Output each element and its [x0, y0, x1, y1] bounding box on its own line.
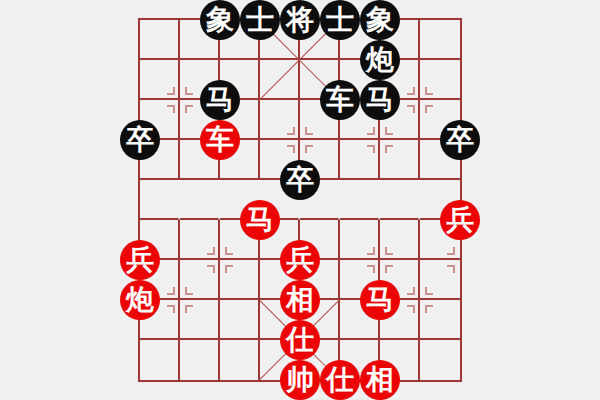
- piece-black-advisor[interactable]: 士: [320, 0, 360, 40]
- board-content: 象士将士象炮马车马卒卒卒车马兵兵兵炮相马仕帅仕相: [140, 20, 460, 380]
- piece-red-elephant[interactable]: 相: [360, 360, 400, 400]
- xiangqi-board[interactable]: 象士将士象炮马车马卒卒卒车马兵兵兵炮相马仕帅仕相: [138, 18, 462, 382]
- board-cell: [140, 340, 180, 380]
- board-cell: [260, 60, 300, 100]
- piece-red-soldier[interactable]: 兵: [440, 200, 480, 240]
- piece-black-soldier[interactable]: 卒: [280, 160, 320, 200]
- board-cell: [180, 260, 220, 300]
- piece-red-general[interactable]: 帅: [280, 360, 320, 400]
- piece-red-horse[interactable]: 马: [240, 200, 280, 240]
- piece-black-cannon[interactable]: 炮: [360, 40, 400, 80]
- board-cell: [140, 20, 180, 60]
- piece-red-advisor[interactable]: 仕: [320, 360, 360, 400]
- board-cell: [380, 220, 420, 260]
- board-cell: [180, 340, 220, 380]
- board-cell: [340, 220, 380, 260]
- piece-black-horse[interactable]: 马: [200, 80, 240, 120]
- piece-red-soldier[interactable]: 兵: [120, 240, 160, 280]
- piece-black-general[interactable]: 将: [280, 0, 320, 40]
- board-cell: [380, 180, 420, 220]
- board-cell: [220, 300, 260, 340]
- piece-red-cannon[interactable]: 炮: [120, 280, 160, 320]
- board-cell: [220, 260, 260, 300]
- board-cell: [180, 300, 220, 340]
- board-cell: [180, 180, 220, 220]
- piece-black-horse[interactable]: 马: [360, 80, 400, 120]
- board-cell: [220, 340, 260, 380]
- board-cell: [340, 140, 380, 180]
- board-cell: [260, 100, 300, 140]
- board-cell: [380, 140, 420, 180]
- piece-red-soldier[interactable]: 兵: [280, 240, 320, 280]
- board-cell: [420, 340, 460, 380]
- piece-red-elephant[interactable]: 相: [280, 280, 320, 320]
- board-cell: [420, 260, 460, 300]
- piece-red-horse[interactable]: 马: [360, 280, 400, 320]
- board-cell: [420, 20, 460, 60]
- board-cell: [420, 300, 460, 340]
- board-cell: [140, 60, 180, 100]
- piece-black-elephant[interactable]: 象: [200, 0, 240, 40]
- board-cell: [140, 180, 180, 220]
- piece-black-soldier[interactable]: 卒: [120, 120, 160, 160]
- piece-red-chariot[interactable]: 车: [200, 120, 240, 160]
- piece-black-soldier[interactable]: 卒: [440, 120, 480, 160]
- board-cell: [340, 180, 380, 220]
- piece-black-elephant[interactable]: 象: [360, 0, 400, 40]
- piece-black-chariot[interactable]: 车: [320, 80, 360, 120]
- board-cell: [180, 220, 220, 260]
- board-cell: [420, 60, 460, 100]
- piece-red-advisor[interactable]: 仕: [280, 320, 320, 360]
- xiangqi-app-canvas: 象士将士象炮马车马卒卒卒车马兵兵兵炮相马仕帅仕相: [0, 0, 600, 400]
- piece-black-advisor[interactable]: 士: [240, 0, 280, 40]
